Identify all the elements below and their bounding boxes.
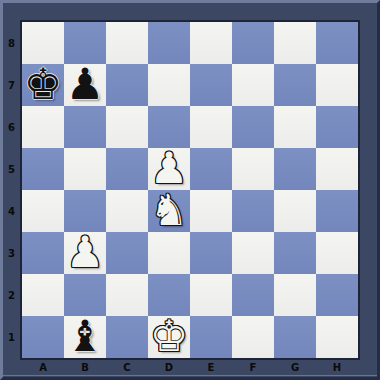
piece-black-pawn[interactable]: ♟ bbox=[66, 64, 105, 106]
square-c4[interactable] bbox=[106, 190, 148, 232]
rank-label-2: 2 bbox=[3, 274, 20, 316]
rank-label-5: 5 bbox=[3, 148, 20, 190]
square-c2[interactable] bbox=[106, 274, 148, 316]
square-h7[interactable] bbox=[316, 64, 358, 106]
square-g7[interactable] bbox=[274, 64, 316, 106]
piece-black-king[interactable]: ♚ bbox=[24, 64, 63, 106]
square-b6[interactable] bbox=[64, 106, 106, 148]
square-a4[interactable] bbox=[22, 190, 64, 232]
square-e2[interactable] bbox=[190, 274, 232, 316]
piece-white-pawn[interactable]: ♟ bbox=[66, 232, 105, 274]
square-e1[interactable] bbox=[190, 316, 232, 358]
square-a1[interactable] bbox=[22, 316, 64, 358]
chess-board: ♚♟♟♞♟♝♚ bbox=[20, 20, 360, 360]
square-e4[interactable] bbox=[190, 190, 232, 232]
square-e6[interactable] bbox=[190, 106, 232, 148]
square-f1[interactable] bbox=[232, 316, 274, 358]
square-g4[interactable] bbox=[274, 190, 316, 232]
file-label-a: A bbox=[22, 360, 64, 377]
square-d6[interactable] bbox=[148, 106, 190, 148]
square-c1[interactable] bbox=[106, 316, 148, 358]
square-e7[interactable] bbox=[190, 64, 232, 106]
square-h6[interactable] bbox=[316, 106, 358, 148]
square-g5[interactable] bbox=[274, 148, 316, 190]
square-g3[interactable] bbox=[274, 232, 316, 274]
square-c6[interactable] bbox=[106, 106, 148, 148]
square-d7[interactable] bbox=[148, 64, 190, 106]
square-a5[interactable] bbox=[22, 148, 64, 190]
square-a2[interactable] bbox=[22, 274, 64, 316]
file-label-d: D bbox=[148, 360, 190, 377]
piece-white-knight[interactable]: ♞ bbox=[150, 190, 189, 232]
square-b5[interactable] bbox=[64, 148, 106, 190]
rank-label-6: 6 bbox=[3, 106, 20, 148]
square-f7[interactable] bbox=[232, 64, 274, 106]
square-a8[interactable] bbox=[22, 22, 64, 64]
file-label-c: C bbox=[106, 360, 148, 377]
file-label-b: B bbox=[64, 360, 106, 377]
rank-label-7: 7 bbox=[3, 64, 20, 106]
piece-white-pawn[interactable]: ♟ bbox=[150, 148, 189, 190]
square-g8[interactable] bbox=[274, 22, 316, 64]
square-c8[interactable] bbox=[106, 22, 148, 64]
file-label-h: H bbox=[316, 360, 358, 377]
square-b2[interactable] bbox=[64, 274, 106, 316]
square-f8[interactable] bbox=[232, 22, 274, 64]
square-e8[interactable] bbox=[190, 22, 232, 64]
piece-white-king[interactable]: ♚ bbox=[150, 316, 189, 358]
square-d1[interactable]: ♚ bbox=[148, 316, 190, 358]
file-label-e: E bbox=[190, 360, 232, 377]
square-g1[interactable] bbox=[274, 316, 316, 358]
square-d2[interactable] bbox=[148, 274, 190, 316]
square-e5[interactable] bbox=[190, 148, 232, 190]
square-c7[interactable] bbox=[106, 64, 148, 106]
rank-label-8: 8 bbox=[3, 22, 20, 64]
file-label-g: G bbox=[274, 360, 316, 377]
square-f2[interactable] bbox=[232, 274, 274, 316]
piece-black-bishop[interactable]: ♝ bbox=[66, 316, 105, 358]
square-h4[interactable] bbox=[316, 190, 358, 232]
square-a7[interactable]: ♚ bbox=[22, 64, 64, 106]
square-b8[interactable] bbox=[64, 22, 106, 64]
rank-labels: 87654321 bbox=[3, 22, 20, 358]
square-h1[interactable] bbox=[316, 316, 358, 358]
square-f5[interactable] bbox=[232, 148, 274, 190]
square-h3[interactable] bbox=[316, 232, 358, 274]
square-f6[interactable] bbox=[232, 106, 274, 148]
square-a6[interactable] bbox=[22, 106, 64, 148]
square-g6[interactable] bbox=[274, 106, 316, 148]
square-b1[interactable]: ♝ bbox=[64, 316, 106, 358]
square-h5[interactable] bbox=[316, 148, 358, 190]
square-d3[interactable] bbox=[148, 232, 190, 274]
file-labels: ABCDEFGH bbox=[22, 360, 358, 377]
square-h2[interactable] bbox=[316, 274, 358, 316]
square-b3[interactable]: ♟ bbox=[64, 232, 106, 274]
square-c5[interactable] bbox=[106, 148, 148, 190]
board-frame: ♚♟♟♞♟♝♚ 87654321 ABCDEFGH bbox=[0, 0, 380, 380]
square-d5[interactable]: ♟ bbox=[148, 148, 190, 190]
square-a3[interactable] bbox=[22, 232, 64, 274]
square-g2[interactable] bbox=[274, 274, 316, 316]
square-d4[interactable]: ♞ bbox=[148, 190, 190, 232]
square-b4[interactable] bbox=[64, 190, 106, 232]
square-b7[interactable]: ♟ bbox=[64, 64, 106, 106]
file-label-f: F bbox=[232, 360, 274, 377]
square-d8[interactable] bbox=[148, 22, 190, 64]
square-f4[interactable] bbox=[232, 190, 274, 232]
rank-label-4: 4 bbox=[3, 190, 20, 232]
square-h8[interactable] bbox=[316, 22, 358, 64]
rank-label-3: 3 bbox=[3, 232, 20, 274]
square-c3[interactable] bbox=[106, 232, 148, 274]
square-e3[interactable] bbox=[190, 232, 232, 274]
rank-label-1: 1 bbox=[3, 316, 20, 358]
square-f3[interactable] bbox=[232, 232, 274, 274]
